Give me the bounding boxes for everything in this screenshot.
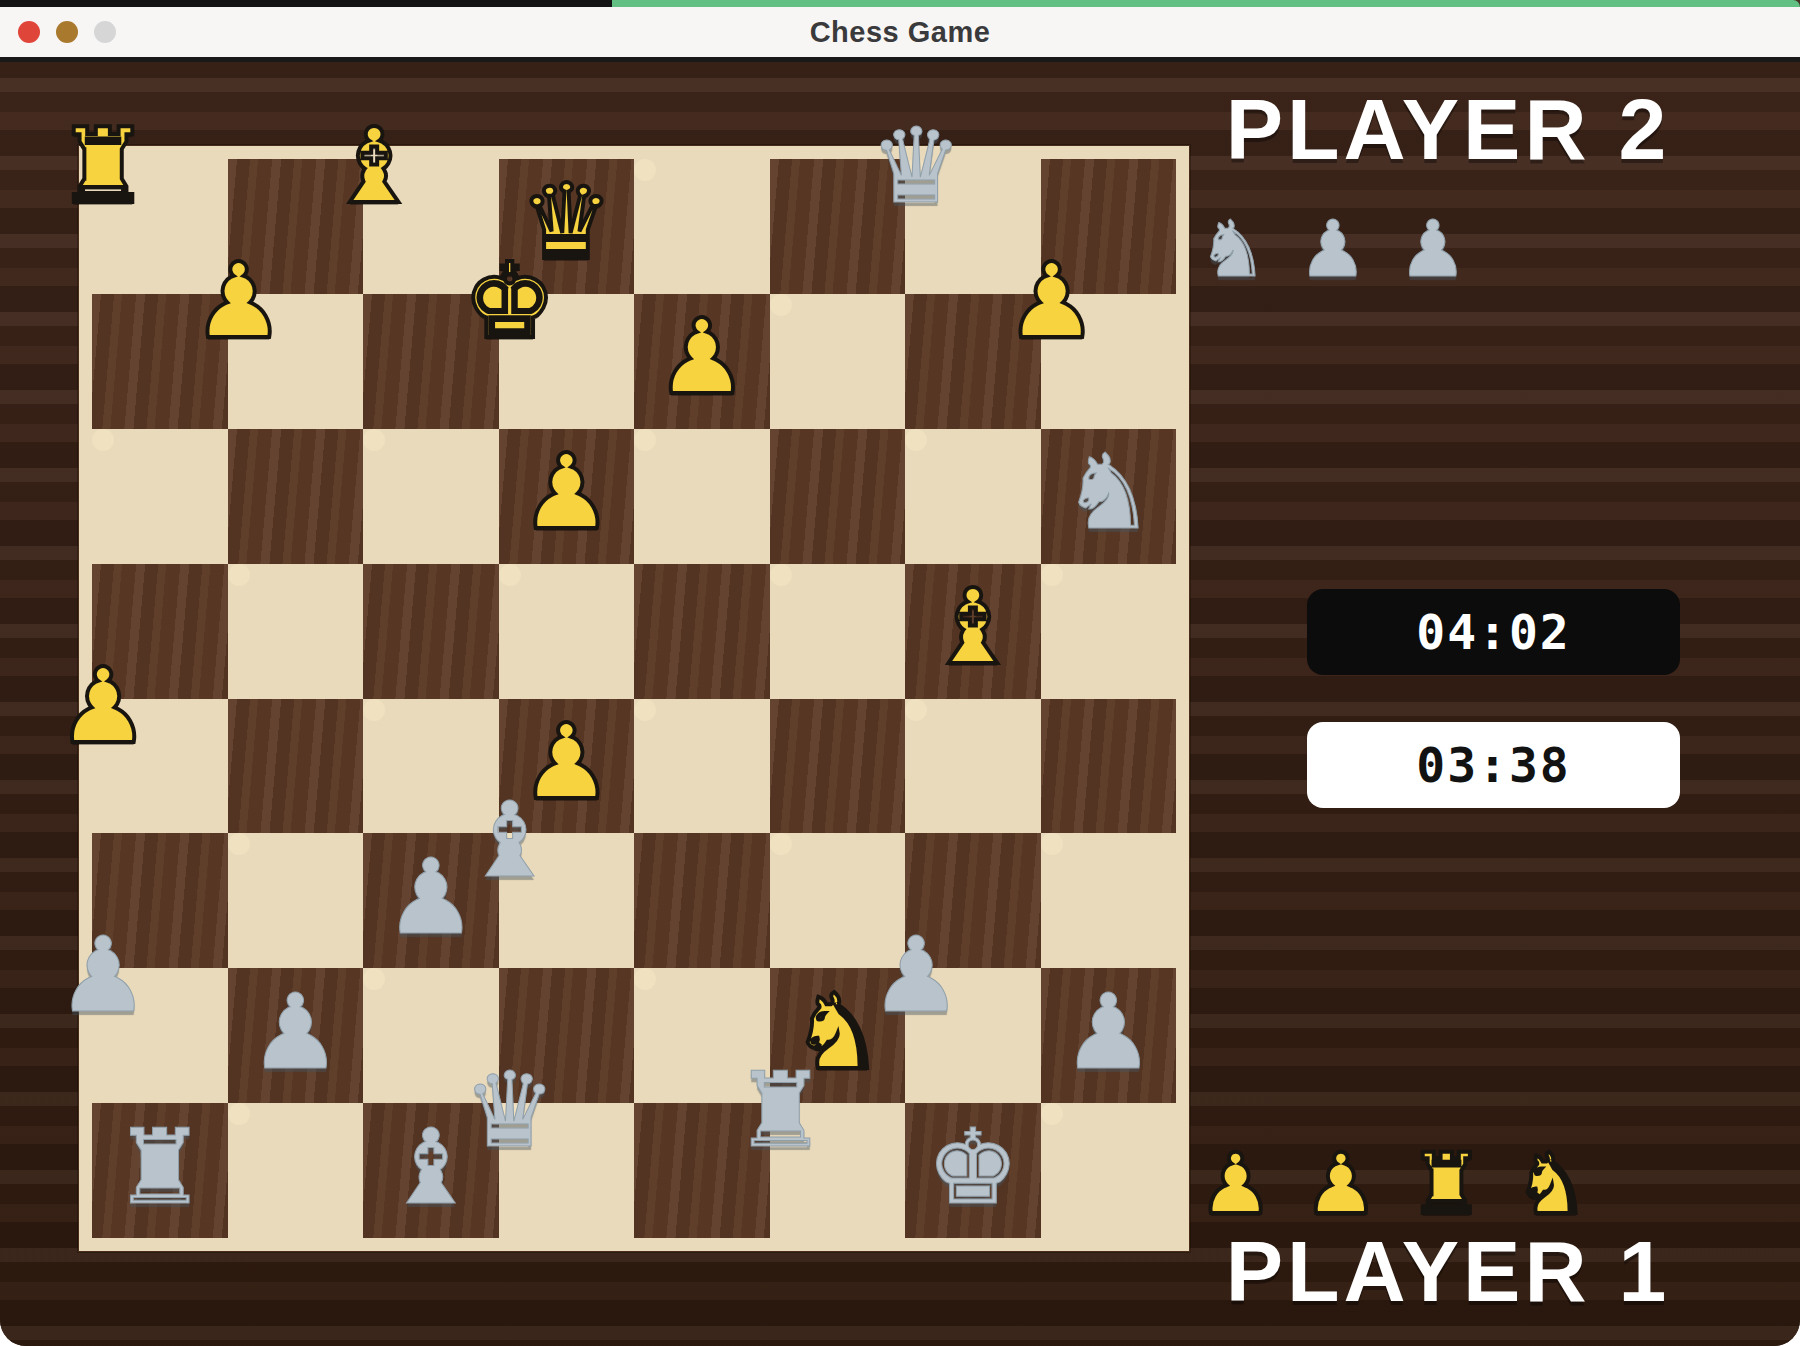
top-edge-dark-segment [0, 0, 612, 7]
square-h3[interactable] [1041, 833, 1063, 855]
square-d1[interactable]: ♛ [499, 1103, 521, 1125]
player1-captured-tray: ♟♟♜♞ [1198, 1108, 1589, 1226]
captured-yellow-pawn: ♟ [1303, 1142, 1378, 1226]
square-a2[interactable]: ♟ [92, 968, 114, 990]
square-e1[interactable] [634, 1103, 770, 1238]
square-h2[interactable]: ♟ [1041, 968, 1177, 1103]
square-a1[interactable]: ♜ [92, 1103, 228, 1238]
square-h7[interactable]: ♟ [1041, 294, 1063, 316]
square-d2[interactable] [499, 968, 635, 1103]
square-b4[interactable] [228, 699, 364, 834]
silver-pawn: ♟ [1062, 980, 1155, 1084]
square-g4[interactable] [905, 699, 927, 721]
square-e5[interactable] [634, 564, 770, 699]
square-d4[interactable]: ♟ [499, 699, 635, 834]
square-f5[interactable] [770, 564, 792, 586]
silver-bishop: ♝ [384, 1115, 477, 1219]
square-e7[interactable]: ♟ [634, 294, 770, 429]
square-b1[interactable] [228, 1103, 250, 1125]
square-d5[interactable] [499, 564, 521, 586]
captured-silver-pawn: ♟ [1398, 210, 1468, 288]
square-c8[interactable]: ♝ [363, 159, 385, 181]
square-f8[interactable] [770, 159, 906, 294]
square-h6[interactable]: ♞ [1041, 429, 1177, 564]
square-b6[interactable] [228, 429, 364, 564]
square-b2[interactable]: ♟ [228, 968, 364, 1103]
chess-game-window: Chess Game ♜♝♛♛♟♚♟♟♟♞♝♟♟♟♝♟♟♞♟♟♜♝♛♜♚ PLA… [0, 0, 1800, 1346]
square-b8[interactable] [228, 159, 364, 294]
player1-name: PLAYER 1 [1180, 1222, 1716, 1321]
board-frame: ♜♝♛♛♟♚♟♟♟♞♝♟♟♟♝♟♟♞♟♟♜♝♛♜♚ [78, 145, 1190, 1252]
yellow-knight: ♞ [791, 980, 884, 1084]
square-h1[interactable] [1041, 1103, 1063, 1125]
square-g1[interactable]: ♚ [905, 1103, 1041, 1238]
silver-king: ♚ [926, 1115, 1019, 1219]
square-c7[interactable] [363, 294, 499, 429]
square-g8[interactable]: ♛ [905, 159, 927, 181]
top-edge-green-segment [612, 0, 1800, 7]
square-g6[interactable] [905, 429, 927, 451]
square-d3[interactable]: ♝ [499, 833, 521, 855]
square-e6[interactable] [634, 429, 656, 451]
captured-yellow-rook: ♜ [1409, 1142, 1484, 1226]
player1-clock: 03:38 [1307, 722, 1680, 808]
square-c3[interactable]: ♟ [363, 833, 499, 968]
window-title: Chess Game [0, 16, 1800, 49]
square-a6[interactable] [92, 429, 114, 451]
square-a5[interactable] [92, 564, 228, 699]
square-g5[interactable]: ♝ [905, 564, 1041, 699]
silver-knight: ♞ [1062, 440, 1155, 544]
square-c4[interactable] [363, 699, 385, 721]
square-c5[interactable] [363, 564, 499, 699]
square-f1[interactable]: ♜ [770, 1103, 792, 1125]
square-g2[interactable]: ♟ [905, 968, 927, 990]
square-e3[interactable] [634, 833, 770, 968]
yellow-pawn: ♟ [520, 440, 613, 544]
square-e4[interactable] [634, 699, 656, 721]
chess-board: ♜♝♛♛♟♚♟♟♟♞♝♟♟♟♝♟♟♞♟♟♜♝♛♜♚ [92, 159, 1176, 1238]
square-b3[interactable] [228, 833, 250, 855]
square-f7[interactable] [770, 294, 792, 316]
square-a7[interactable] [92, 294, 228, 429]
square-d6[interactable]: ♟ [499, 429, 635, 564]
yellow-pawn: ♟ [655, 305, 748, 409]
captured-yellow-knight: ♞ [1514, 1142, 1589, 1226]
title-bar[interactable]: Chess Game [0, 7, 1800, 62]
square-h8[interactable] [1041, 159, 1177, 294]
square-e2[interactable] [634, 968, 656, 990]
player2-name: PLAYER 2 [1180, 80, 1716, 179]
yellow-bishop: ♝ [926, 575, 1019, 679]
square-c1[interactable]: ♝ [363, 1103, 499, 1238]
square-e8[interactable] [634, 159, 656, 181]
yellow-queen: ♛ [520, 170, 613, 274]
square-h5[interactable] [1041, 564, 1063, 586]
square-d8[interactable]: ♛ [499, 159, 635, 294]
square-f2[interactable]: ♞ [770, 968, 906, 1103]
player2-clock: 04:02 [1307, 589, 1680, 675]
square-c2[interactable] [363, 968, 385, 990]
square-a3[interactable] [92, 833, 228, 968]
player2-captured-tray: ♞♟♟ [1198, 178, 1468, 288]
captured-silver-knight: ♞ [1198, 210, 1268, 288]
captured-silver-pawn: ♟ [1298, 210, 1368, 288]
silver-rook: ♜ [113, 1115, 206, 1219]
square-f3[interactable] [770, 833, 792, 855]
square-f6[interactable] [770, 429, 906, 564]
square-d7[interactable]: ♚ [499, 294, 521, 316]
square-b5[interactable] [228, 564, 250, 586]
yellow-pawn: ♟ [520, 710, 613, 814]
window-top-edge [0, 0, 1800, 7]
square-c6[interactable] [363, 429, 385, 451]
square-b7[interactable]: ♟ [228, 294, 250, 316]
square-h4[interactable] [1041, 699, 1177, 834]
square-f4[interactable] [770, 699, 906, 834]
square-a4[interactable]: ♟ [92, 699, 114, 721]
silver-pawn: ♟ [249, 980, 342, 1084]
captured-yellow-pawn: ♟ [1198, 1142, 1273, 1226]
square-g3[interactable] [905, 833, 1041, 968]
silver-pawn: ♟ [384, 845, 477, 949]
square-g7[interactable] [905, 294, 1041, 429]
square-a8[interactable]: ♜ [92, 159, 114, 181]
